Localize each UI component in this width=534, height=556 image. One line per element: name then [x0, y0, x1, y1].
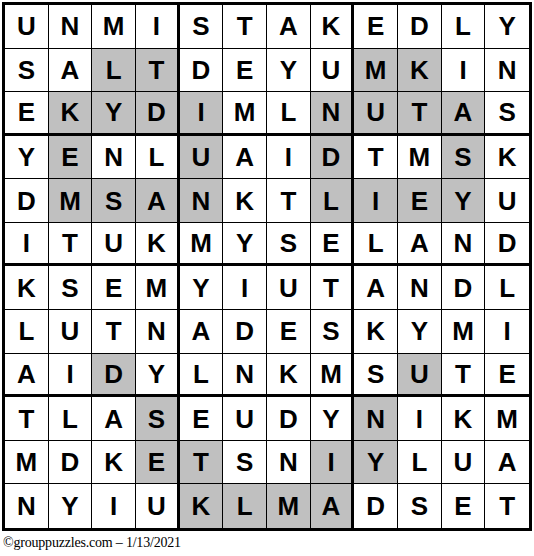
cell-r5c3: S [92, 179, 136, 223]
cell-r2c8: U [311, 49, 355, 93]
cell-r8c7: E [267, 310, 311, 354]
cell-r12c5: K [180, 484, 224, 528]
cell-r12c3: I [92, 484, 136, 528]
cell-r3c5: I [180, 92, 224, 136]
cell-r4c4: L [136, 136, 180, 180]
cell-r6c11: N [442, 223, 486, 267]
cell-r10c3: A [92, 397, 136, 441]
sudoku-board: UNMISTAKEDLYSALTDEYUMKINEKYDIMLNUTASYENL… [2, 2, 532, 531]
cell-r9c1: A [5, 354, 49, 398]
cell-r2c12: N [485, 49, 529, 93]
cell-r2c4: T [136, 49, 180, 93]
cell-r10c12: M [485, 397, 529, 441]
cell-r4c5: U [180, 136, 224, 180]
cell-r12c4: U [136, 484, 180, 528]
cell-r6c12: D [485, 223, 529, 267]
cell-r7c2: S [49, 266, 93, 310]
cell-r2c11: I [442, 49, 486, 93]
cell-r2c5: D [180, 49, 224, 93]
cell-r9c12: E [485, 354, 529, 398]
cell-r1c11: L [442, 5, 486, 49]
cell-r1c3: M [92, 5, 136, 49]
cell-r6c3: U [92, 223, 136, 267]
cell-r5c12: U [485, 179, 529, 223]
cell-r1c2: N [49, 5, 93, 49]
cell-r2c10: K [398, 49, 442, 93]
cell-r9c7: K [267, 354, 311, 398]
cell-r3c2: K [49, 92, 93, 136]
cell-r8c3: T [92, 310, 136, 354]
cell-r7c4: M [136, 266, 180, 310]
cell-r4c11: S [442, 136, 486, 180]
cell-r10c4: S [136, 397, 180, 441]
cell-r3c1: E [5, 92, 49, 136]
cell-r6c2: T [49, 223, 93, 267]
cell-r6c8: E [311, 223, 355, 267]
cell-r3c4: D [136, 92, 180, 136]
cell-r3c12: S [485, 92, 529, 136]
cell-r8c8: S [311, 310, 355, 354]
cell-r5c10: E [398, 179, 442, 223]
cell-r12c2: Y [49, 484, 93, 528]
cell-r2c1: S [5, 49, 49, 93]
cell-r7c10: N [398, 266, 442, 310]
cell-r11c10: L [398, 441, 442, 485]
cell-r8c12: I [485, 310, 529, 354]
cell-r2c9: M [354, 49, 398, 93]
cell-r3c10: T [398, 92, 442, 136]
cell-r4c12: K [485, 136, 529, 180]
cell-r1c9: E [354, 5, 398, 49]
cell-r8c2: U [49, 310, 93, 354]
cell-r9c2: I [49, 354, 93, 398]
cell-r9c11: T [442, 354, 486, 398]
cell-r5c4: A [136, 179, 180, 223]
cell-r10c1: T [5, 397, 49, 441]
cell-r11c3: K [92, 441, 136, 485]
cell-r1c6: T [223, 5, 267, 49]
cell-r8c4: N [136, 310, 180, 354]
cell-r6c7: S [267, 223, 311, 267]
cell-r4c10: M [398, 136, 442, 180]
cell-r5c8: L [311, 179, 355, 223]
cell-r6c4: K [136, 223, 180, 267]
cell-r10c5: E [180, 397, 224, 441]
cell-r6c10: A [398, 223, 442, 267]
cell-r2c2: A [49, 49, 93, 93]
cell-r6c9: L [354, 223, 398, 267]
cell-r5c7: T [267, 179, 311, 223]
cell-r1c5: S [180, 5, 224, 49]
cell-r12c7: M [267, 484, 311, 528]
cell-r6c1: I [5, 223, 49, 267]
cell-r12c9: D [354, 484, 398, 528]
cell-r8c1: L [5, 310, 49, 354]
cell-r12c12: T [485, 484, 529, 528]
cell-r11c11: U [442, 441, 486, 485]
cell-r3c8: N [311, 92, 355, 136]
cell-r12c8: A [311, 484, 355, 528]
cell-r11c7: N [267, 441, 311, 485]
cell-r1c10: D [398, 5, 442, 49]
cell-r11c4: E [136, 441, 180, 485]
cell-r5c2: M [49, 179, 93, 223]
cell-r7c5: Y [180, 266, 224, 310]
cell-r6c6: Y [223, 223, 267, 267]
cell-r6c5: M [180, 223, 224, 267]
cell-r9c6: N [223, 354, 267, 398]
cell-r2c7: Y [267, 49, 311, 93]
cell-r10c11: K [442, 397, 486, 441]
cell-r11c6: S [223, 441, 267, 485]
cell-r10c9: N [354, 397, 398, 441]
cell-r10c10: I [398, 397, 442, 441]
cell-r4c9: T [354, 136, 398, 180]
cell-r3c6: M [223, 92, 267, 136]
cell-r8c9: K [354, 310, 398, 354]
cell-r3c7: L [267, 92, 311, 136]
cell-r11c2: D [49, 441, 93, 485]
cell-r7c8: T [311, 266, 355, 310]
cell-r10c7: D [267, 397, 311, 441]
cell-r4c2: E [49, 136, 93, 180]
cell-r5c1: D [5, 179, 49, 223]
cell-r8c6: D [223, 310, 267, 354]
cell-r4c7: I [267, 136, 311, 180]
cell-r2c3: L [92, 49, 136, 93]
cell-r1c8: K [311, 5, 355, 49]
cell-r5c6: K [223, 179, 267, 223]
cell-r10c6: U [223, 397, 267, 441]
cell-r8c5: A [180, 310, 224, 354]
cell-r9c8: M [311, 354, 355, 398]
cell-r7c12: L [485, 266, 529, 310]
cell-r3c9: U [354, 92, 398, 136]
cell-r1c7: A [267, 5, 311, 49]
cell-r11c12: A [485, 441, 529, 485]
cell-r11c9: Y [354, 441, 398, 485]
cell-r5c11: Y [442, 179, 486, 223]
cell-r12c6: L [223, 484, 267, 528]
cell-r3c3: Y [92, 92, 136, 136]
cell-r7c1: K [5, 266, 49, 310]
cell-r12c10: S [398, 484, 442, 528]
cell-r4c8: D [311, 136, 355, 180]
cell-r4c3: N [92, 136, 136, 180]
cell-r7c6: I [223, 266, 267, 310]
cell-r9c10: U [398, 354, 442, 398]
cell-r11c1: M [5, 441, 49, 485]
cell-r4c1: Y [5, 136, 49, 180]
copyright-credit: ©grouppuzzles.com – 1/13/2021 [3, 535, 181, 551]
cell-r12c1: N [5, 484, 49, 528]
cell-r8c10: Y [398, 310, 442, 354]
cell-r1c1: U [5, 5, 49, 49]
cell-r7c7: U [267, 266, 311, 310]
cell-r7c9: A [354, 266, 398, 310]
cell-r9c5: L [180, 354, 224, 398]
cell-r1c12: Y [485, 5, 529, 49]
cell-r4c6: A [223, 136, 267, 180]
cell-r12c11: E [442, 484, 486, 528]
cell-r2c6: E [223, 49, 267, 93]
cell-r7c11: D [442, 266, 486, 310]
cell-r5c9: I [354, 179, 398, 223]
cell-r7c3: E [92, 266, 136, 310]
cell-r9c4: Y [136, 354, 180, 398]
cell-r9c3: D [92, 354, 136, 398]
cell-r10c2: L [49, 397, 93, 441]
cell-r9c9: S [354, 354, 398, 398]
cell-r1c4: I [136, 5, 180, 49]
cell-r11c8: I [311, 441, 355, 485]
cell-r8c11: M [442, 310, 486, 354]
cell-r11c5: T [180, 441, 224, 485]
cell-r3c11: A [442, 92, 486, 136]
cell-r5c5: N [180, 179, 224, 223]
cell-r10c8: Y [311, 397, 355, 441]
